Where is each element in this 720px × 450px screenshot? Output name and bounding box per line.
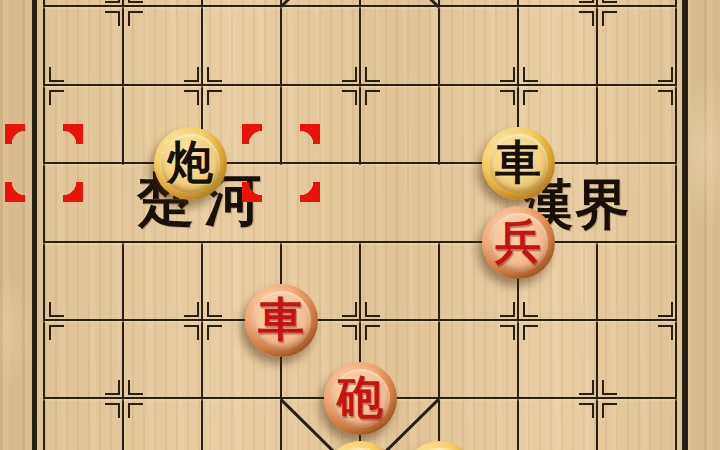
grid-file-line	[438, 0, 441, 165]
grid-file-line	[596, 0, 599, 165]
board-outer-border-left	[32, 0, 37, 450]
red-chariot[interactable]: 車	[245, 284, 318, 357]
star-point-mark	[128, 11, 143, 26]
star-point-mark	[105, 11, 120, 26]
star-point-mark	[128, 380, 143, 395]
star-point-mark	[658, 325, 673, 340]
move-marker-corner	[242, 124, 262, 144]
star-point-mark	[658, 90, 673, 105]
red-chariot-face: 車	[252, 291, 311, 350]
move-marker-corner	[63, 124, 83, 144]
grid-rank-line	[43, 5, 678, 8]
star-point-mark	[207, 325, 222, 340]
star-point-mark	[207, 302, 222, 317]
red-soldier[interactable]: 兵	[482, 206, 555, 279]
grid-file-line	[122, 241, 125, 450]
star-point-mark	[579, 11, 594, 26]
star-point-mark	[602, 11, 617, 26]
black-cannon-glyph: 炮	[167, 139, 213, 187]
star-point-mark	[523, 325, 538, 340]
star-point-mark	[500, 325, 515, 340]
move-marker-corner	[63, 182, 83, 202]
star-point-mark	[105, 380, 120, 395]
grid-file-line	[43, 0, 46, 450]
star-point-mark	[365, 67, 380, 82]
star-point-mark	[49, 90, 64, 105]
star-point-mark	[105, 403, 120, 418]
star-point-mark	[658, 302, 673, 317]
grid-file-line	[438, 241, 441, 450]
star-point-mark	[523, 90, 538, 105]
black-cannon-face: 炮	[161, 134, 220, 193]
grid-file-line	[596, 241, 599, 450]
star-point-mark	[49, 67, 64, 82]
black-chariot-glyph: 車	[495, 139, 541, 187]
star-point-mark	[523, 302, 538, 317]
star-point-mark	[602, 0, 617, 3]
star-point-mark	[184, 67, 199, 82]
grid-file-line	[201, 241, 204, 450]
red-cannon[interactable]: 砲	[324, 362, 397, 435]
move-marker-corner	[5, 182, 25, 202]
star-point-mark	[602, 403, 617, 418]
star-point-mark	[658, 67, 673, 82]
red-soldier-face: 兵	[489, 213, 548, 272]
grid-file-line	[675, 0, 678, 450]
star-point-mark	[342, 325, 357, 340]
star-point-mark	[184, 90, 199, 105]
grid-rank-line	[43, 162, 678, 165]
grid-rank-line	[43, 84, 678, 87]
xiangqi-board[interactable]: 楚河 漢界 車兵車砲炮	[0, 0, 720, 450]
star-point-mark	[207, 67, 222, 82]
star-point-mark	[579, 0, 594, 3]
grid-rank-line	[43, 241, 678, 244]
star-point-mark	[128, 0, 143, 3]
star-point-mark	[49, 302, 64, 317]
move-marker-corner	[242, 182, 262, 202]
star-point-mark	[365, 325, 380, 340]
black-chariot-face: 車	[489, 134, 548, 193]
star-point-mark	[49, 325, 64, 340]
star-point-mark	[500, 90, 515, 105]
red-chariot-glyph: 車	[258, 296, 304, 344]
black-chariot[interactable]: 車	[482, 127, 555, 200]
grid-rank-line	[43, 319, 678, 322]
red-cannon-glyph: 砲	[337, 374, 383, 422]
star-point-mark	[207, 90, 222, 105]
star-point-mark	[579, 403, 594, 418]
star-point-mark	[342, 67, 357, 82]
star-point-mark	[523, 67, 538, 82]
star-point-mark	[128, 403, 143, 418]
star-point-mark	[342, 90, 357, 105]
star-point-mark	[184, 325, 199, 340]
star-point-mark	[579, 380, 594, 395]
star-point-mark	[105, 0, 120, 3]
red-cannon-face: 砲	[331, 369, 390, 428]
star-point-mark	[500, 302, 515, 317]
move-marker-corner	[300, 124, 320, 144]
red-soldier-glyph: 兵	[495, 218, 541, 266]
star-point-mark	[365, 90, 380, 105]
board-outer-border-right	[682, 0, 688, 450]
black-cannon[interactable]: 炮	[154, 127, 227, 200]
star-point-mark	[365, 302, 380, 317]
grid-file-line	[280, 0, 283, 165]
grid-file-line	[359, 0, 362, 165]
star-point-mark	[602, 380, 617, 395]
grid-file-line	[122, 0, 125, 165]
star-point-mark	[342, 302, 357, 317]
star-point-mark	[184, 302, 199, 317]
star-point-mark	[500, 67, 515, 82]
move-marker-corner	[300, 182, 320, 202]
move-marker-corner	[5, 124, 25, 144]
